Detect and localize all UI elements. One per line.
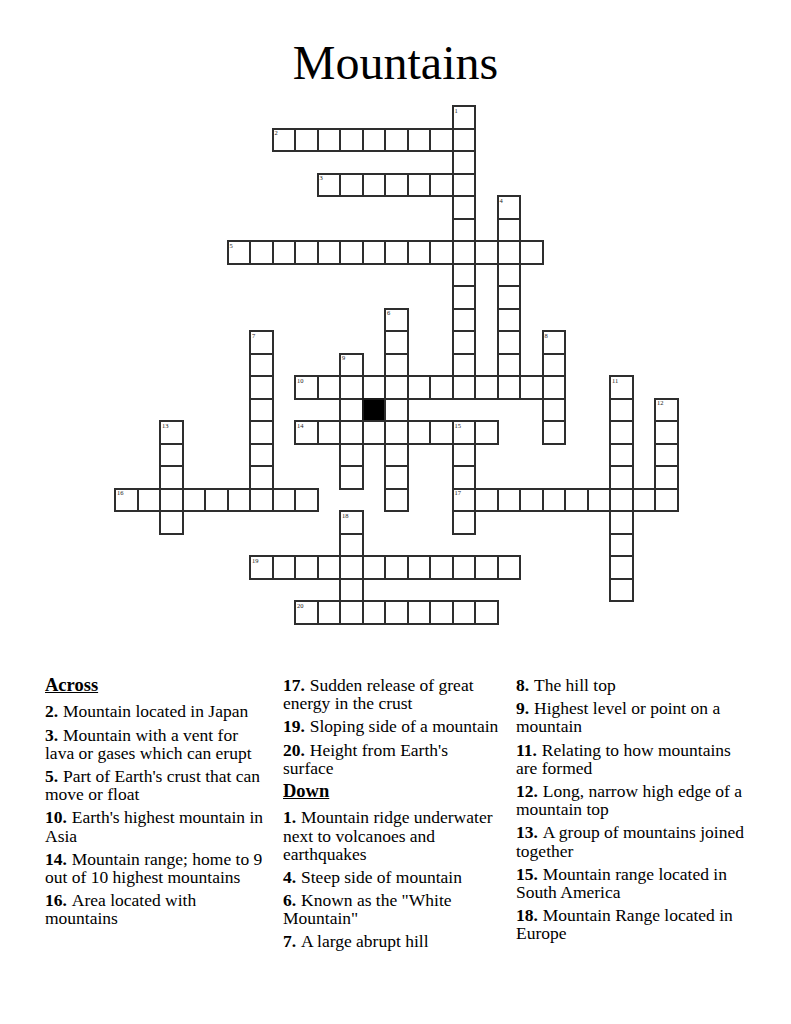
across-header: Across (45, 676, 269, 695)
black-cell (362, 398, 387, 423)
grid-cell[interactable] (384, 240, 409, 265)
grid-cell[interactable] (497, 555, 522, 580)
clue-text: A group of mountains joined together (516, 822, 744, 860)
clue-down-8: 8.The hill top (516, 676, 747, 694)
grid-cell[interactable] (429, 420, 454, 445)
grid-cell[interactable] (474, 375, 499, 400)
clue-text: A large abrupt hill (301, 931, 429, 951)
clue-number-label: 10. (45, 807, 67, 827)
grid-cell[interactable] (474, 488, 499, 513)
clue-down-1: 1.Mountain ridge underwater next to volc… (283, 808, 502, 863)
clue-down-12: 12.Long, narrow high edge of a mountain … (516, 782, 747, 818)
grid-cell[interactable] (654, 443, 679, 468)
clue-column-1: Across 2.Mountain located in Japan 3.Mou… (45, 676, 283, 956)
clue-text: Area located with mountains (45, 890, 196, 928)
grid-cell[interactable] (632, 488, 657, 513)
grid-cell[interactable] (384, 465, 409, 490)
grid-cell[interactable] (362, 600, 387, 625)
grid-cell[interactable] (609, 555, 634, 580)
grid-cell[interactable] (227, 488, 252, 513)
grid-cell[interactable] (407, 128, 432, 153)
grid-cell[interactable] (407, 600, 432, 625)
grid-cell[interactable] (654, 465, 679, 490)
grid-cell[interactable] (159, 465, 184, 490)
grid-cell[interactable] (294, 375, 319, 400)
grid-cell[interactable] (429, 128, 454, 153)
grid-cell[interactable] (474, 555, 499, 580)
grid-cell[interactable] (339, 578, 364, 603)
grid-cell[interactable] (317, 173, 342, 198)
grid-cell[interactable] (362, 173, 387, 198)
grid-cell[interactable] (339, 173, 364, 198)
clue-down-13: 13.A group of mountains joined together (516, 823, 747, 859)
clue-text: Mountain range located in South America (516, 864, 727, 902)
grid-cell[interactable] (654, 420, 679, 445)
grid-cell[interactable] (542, 375, 567, 400)
grid-cell[interactable] (362, 240, 387, 265)
clue-number-label: 7. (283, 931, 296, 951)
clue-down-7: 7.A large abrupt hill (283, 932, 502, 950)
clue-text: Mountain range; home to 9 out of 10 high… (45, 849, 262, 887)
grid-cell[interactable] (609, 488, 634, 513)
clue-number-label: 6. (283, 890, 296, 910)
clue-number-label: 16. (45, 890, 67, 910)
grid-cell[interactable] (249, 353, 274, 378)
grid-cell[interactable] (564, 488, 589, 513)
grid-cell[interactable] (452, 240, 477, 265)
clue-number-label: 17. (283, 675, 305, 695)
clue-number-label: 19. (283, 716, 305, 736)
clue-across-5: 5.Part of Earth's crust that can move or… (45, 767, 269, 803)
grid-cell[interactable] (362, 555, 387, 580)
grid-cell[interactable] (452, 105, 477, 130)
grid-cell[interactable] (317, 420, 342, 445)
grid-cell[interactable] (497, 263, 522, 288)
grid-cell[interactable] (159, 510, 184, 535)
clue-number-label: 15. (516, 864, 538, 884)
grid-cell[interactable] (362, 375, 387, 400)
grid-cell[interactable] (609, 578, 634, 603)
grid-cell[interactable] (317, 600, 342, 625)
crossword-worksheet: { "title": "Mountains", "game": "crosswo… (0, 0, 791, 1024)
clue-number-label: 4. (283, 867, 296, 887)
grid-cell[interactable] (294, 555, 319, 580)
clue-across-19: 19.Sloping side of a mountain (283, 717, 502, 735)
grid-cell[interactable] (452, 330, 477, 355)
grid-cell[interactable] (609, 420, 634, 445)
grid-cell[interactable] (519, 488, 544, 513)
crossword-grid: 1234567891011121314151617181920 (114, 105, 680, 625)
grid-cell[interactable] (384, 600, 409, 625)
clue-text: Known as the "White Mountain" (283, 890, 452, 928)
grid-cell[interactable] (159, 420, 184, 445)
clue-number-label: 8. (516, 675, 529, 695)
clue-number-label: 13. (516, 822, 538, 842)
grid-cell[interactable] (497, 375, 522, 400)
grid-cell[interactable] (542, 398, 567, 423)
clue-number-label: 20. (283, 740, 305, 760)
clue-list: Across 2.Mountain located in Japan 3.Mou… (45, 676, 761, 956)
grid-cell[interactable] (272, 488, 297, 513)
grid-cell[interactable] (429, 555, 454, 580)
clue-across-16: 16.Area located with mountains (45, 891, 269, 927)
grid-cell[interactable] (542, 488, 567, 513)
grid-cell[interactable] (339, 600, 364, 625)
clue-text: Relating to how mountains are formed (516, 740, 731, 778)
grid-cell[interactable] (497, 353, 522, 378)
grid-cell[interactable] (452, 375, 477, 400)
grid-cell[interactable] (609, 398, 634, 423)
grid-cell[interactable] (384, 555, 409, 580)
grid-cell[interactable] (654, 398, 679, 423)
clue-text: Mountain ridge underwater next to volcan… (283, 807, 492, 863)
grid-cell[interactable] (474, 240, 499, 265)
grid-cell[interactable] (654, 488, 679, 513)
grid-cell[interactable] (137, 488, 162, 513)
clue-down-18: 18.Mountain Range located in Europe (516, 906, 747, 942)
grid-cell[interactable] (452, 218, 477, 243)
grid-cell[interactable] (339, 420, 364, 445)
clue-across-3: 3.Mountain with a vent for lava or gases… (45, 726, 269, 762)
grid-cell[interactable] (227, 240, 252, 265)
grid-cell[interactable] (317, 128, 342, 153)
grid-cell[interactable] (384, 420, 409, 445)
down-header: Down (283, 782, 502, 801)
grid-cell[interactable] (294, 600, 319, 625)
grid-cell[interactable] (609, 465, 634, 490)
grid-cell[interactable] (384, 173, 409, 198)
grid-cell[interactable] (339, 555, 364, 580)
grid-cell[interactable] (497, 330, 522, 355)
grid-cell[interactable] (294, 488, 319, 513)
grid-cell[interactable] (452, 420, 477, 445)
clue-text: Steep side of mountain (301, 867, 462, 887)
grid-cell[interactable] (249, 240, 274, 265)
clue-text: Mountain Range located in Europe (516, 905, 733, 943)
clue-text: Long, narrow high edge of a mountain top (516, 781, 742, 819)
grid-cell[interactable] (542, 330, 567, 355)
grid-cell[interactable] (497, 308, 522, 333)
grid-cell[interactable] (519, 375, 544, 400)
grid-cell[interactable] (249, 443, 274, 468)
clue-number-label: 18. (516, 905, 538, 925)
grid-cell[interactable] (429, 173, 454, 198)
grid-cell[interactable] (497, 218, 522, 243)
grid-cell[interactable] (159, 443, 184, 468)
grid-cell[interactable] (609, 510, 634, 535)
grid-cell[interactable] (384, 330, 409, 355)
clue-text: Mountain located in Japan (63, 701, 248, 721)
grid-cell[interactable] (339, 240, 364, 265)
grid-cell[interactable] (452, 600, 477, 625)
clue-column-3: 8.The hill top 9.Highest level or point … (516, 676, 761, 956)
grid-cell[interactable] (249, 375, 274, 400)
grid-cell[interactable] (114, 488, 139, 513)
grid-cell[interactable] (497, 488, 522, 513)
grid-cell[interactable] (339, 375, 364, 400)
grid-cell[interactable] (249, 555, 274, 580)
clue-text: Mountain with a vent for lava or gases w… (45, 725, 252, 763)
grid-cell[interactable] (339, 398, 364, 423)
clue-number-label: 1. (283, 807, 296, 827)
grid-cell[interactable] (497, 240, 522, 265)
grid-cell[interactable] (339, 533, 364, 558)
grid-cell[interactable] (339, 465, 364, 490)
grid-cell[interactable] (384, 128, 409, 153)
clue-text: Earth's highest mountain in Asia (45, 807, 263, 845)
grid-cell[interactable] (294, 420, 319, 445)
grid-cell[interactable] (452, 285, 477, 310)
grid-cell[interactable] (452, 308, 477, 333)
grid-cell[interactable] (362, 420, 387, 445)
grid-cell[interactable] (407, 173, 432, 198)
grid-cell[interactable] (249, 488, 274, 513)
clue-across-20: 20.Height from Earth's surface (283, 741, 502, 777)
grid-cell[interactable] (519, 240, 544, 265)
clue-text: Sudden release of great energy in the cr… (283, 675, 474, 713)
clue-text: Sloping side of a mountain (310, 716, 499, 736)
grid-cell[interactable] (542, 420, 567, 445)
grid-cell[interactable] (317, 240, 342, 265)
grid-cell[interactable] (474, 420, 499, 445)
grid-cell[interactable] (452, 150, 477, 175)
grid-cell[interactable] (407, 375, 432, 400)
grid-cell[interactable] (452, 173, 477, 198)
grid-cell[interactable] (452, 353, 477, 378)
grid-cell[interactable] (497, 195, 522, 220)
grid-cell[interactable] (362, 128, 387, 153)
clue-across-17: 17.Sudden release of great energy in the… (283, 676, 502, 712)
grid-cell[interactable] (339, 353, 364, 378)
grid-cell[interactable] (272, 128, 297, 153)
grid-cell[interactable] (249, 398, 274, 423)
grid-cell[interactable] (429, 600, 454, 625)
grid-cell[interactable] (182, 488, 207, 513)
grid-cell[interactable] (317, 555, 342, 580)
grid-cell[interactable] (384, 398, 409, 423)
grid-cell[interactable] (452, 488, 477, 513)
clue-number-label: 12. (516, 781, 538, 801)
grid-cell[interactable] (452, 128, 477, 153)
clue-column-2: 17.Sudden release of great energy in the… (283, 676, 516, 956)
clue-down-11: 11.Relating to how mountains are formed (516, 741, 747, 777)
grid-cell[interactable] (542, 353, 567, 378)
clue-down-4: 4.Steep side of mountain (283, 868, 502, 886)
grid-cell[interactable] (249, 330, 274, 355)
clue-across-14: 14.Mountain range; home to 9 out of 10 h… (45, 850, 269, 886)
grid-cell[interactable] (272, 555, 297, 580)
grid-cell[interactable] (407, 555, 432, 580)
grid-cell[interactable] (317, 375, 342, 400)
grid-cell[interactable] (384, 443, 409, 468)
grid-cell[interactable] (339, 128, 364, 153)
clue-text: Part of Earth's crust that can move or f… (45, 766, 260, 804)
grid-cell[interactable] (384, 308, 409, 333)
grid-cell[interactable] (452, 443, 477, 468)
clue-across-10: 10.Earth's highest mountain in Asia (45, 808, 269, 844)
clue-number-label: 14. (45, 849, 67, 869)
grid-cell[interactable] (429, 375, 454, 400)
clue-down-9: 9.Highest level or point on a mountain (516, 699, 747, 735)
puzzle-title: Mountains (0, 38, 791, 88)
grid-cell[interactable] (452, 555, 477, 580)
grid-cell[interactable] (384, 488, 409, 513)
grid-cell[interactable] (249, 420, 274, 445)
grid-cell[interactable] (452, 263, 477, 288)
grid-cell[interactable] (609, 443, 634, 468)
grid-cell[interactable] (452, 510, 477, 535)
grid-cell[interactable] (204, 488, 229, 513)
grid-cell[interactable] (609, 375, 634, 400)
clue-text: Highest level or point on a mountain (516, 698, 720, 736)
clue-down-6: 6.Known as the "White Mountain" (283, 891, 502, 927)
grid-cell[interactable] (339, 510, 364, 535)
grid-cell[interactable] (452, 465, 477, 490)
grid-cell[interactable] (159, 488, 184, 513)
clue-number-label: 5. (45, 766, 58, 786)
clue-across-2: 2.Mountain located in Japan (45, 702, 269, 720)
clue-number-label: 11. (516, 740, 537, 760)
clue-number-label: 3. (45, 725, 58, 745)
grid-cell[interactable] (429, 240, 454, 265)
grid-cell[interactable] (452, 195, 477, 220)
grid-cell[interactable] (474, 600, 499, 625)
clue-text: Height from Earth's surface (283, 740, 448, 778)
grid-cell[interactable] (294, 240, 319, 265)
clue-down-15: 15.Mountain range located in South Ameri… (516, 865, 747, 901)
clue-number-label: 2. (45, 701, 58, 721)
grid-cell[interactable] (407, 420, 432, 445)
clue-text: The hill top (534, 675, 616, 695)
grid-cell[interactable] (272, 240, 297, 265)
grid-cell[interactable] (609, 533, 634, 558)
grid-cell[interactable] (384, 353, 409, 378)
grid-cell[interactable] (587, 488, 612, 513)
grid-cell[interactable] (249, 465, 274, 490)
grid-cell[interactable] (407, 240, 432, 265)
grid-cell[interactable] (339, 443, 364, 468)
clue-number-label: 9. (516, 698, 529, 718)
grid-cell[interactable] (294, 128, 319, 153)
grid-cell[interactable] (497, 285, 522, 310)
grid-cell[interactable] (384, 375, 409, 400)
